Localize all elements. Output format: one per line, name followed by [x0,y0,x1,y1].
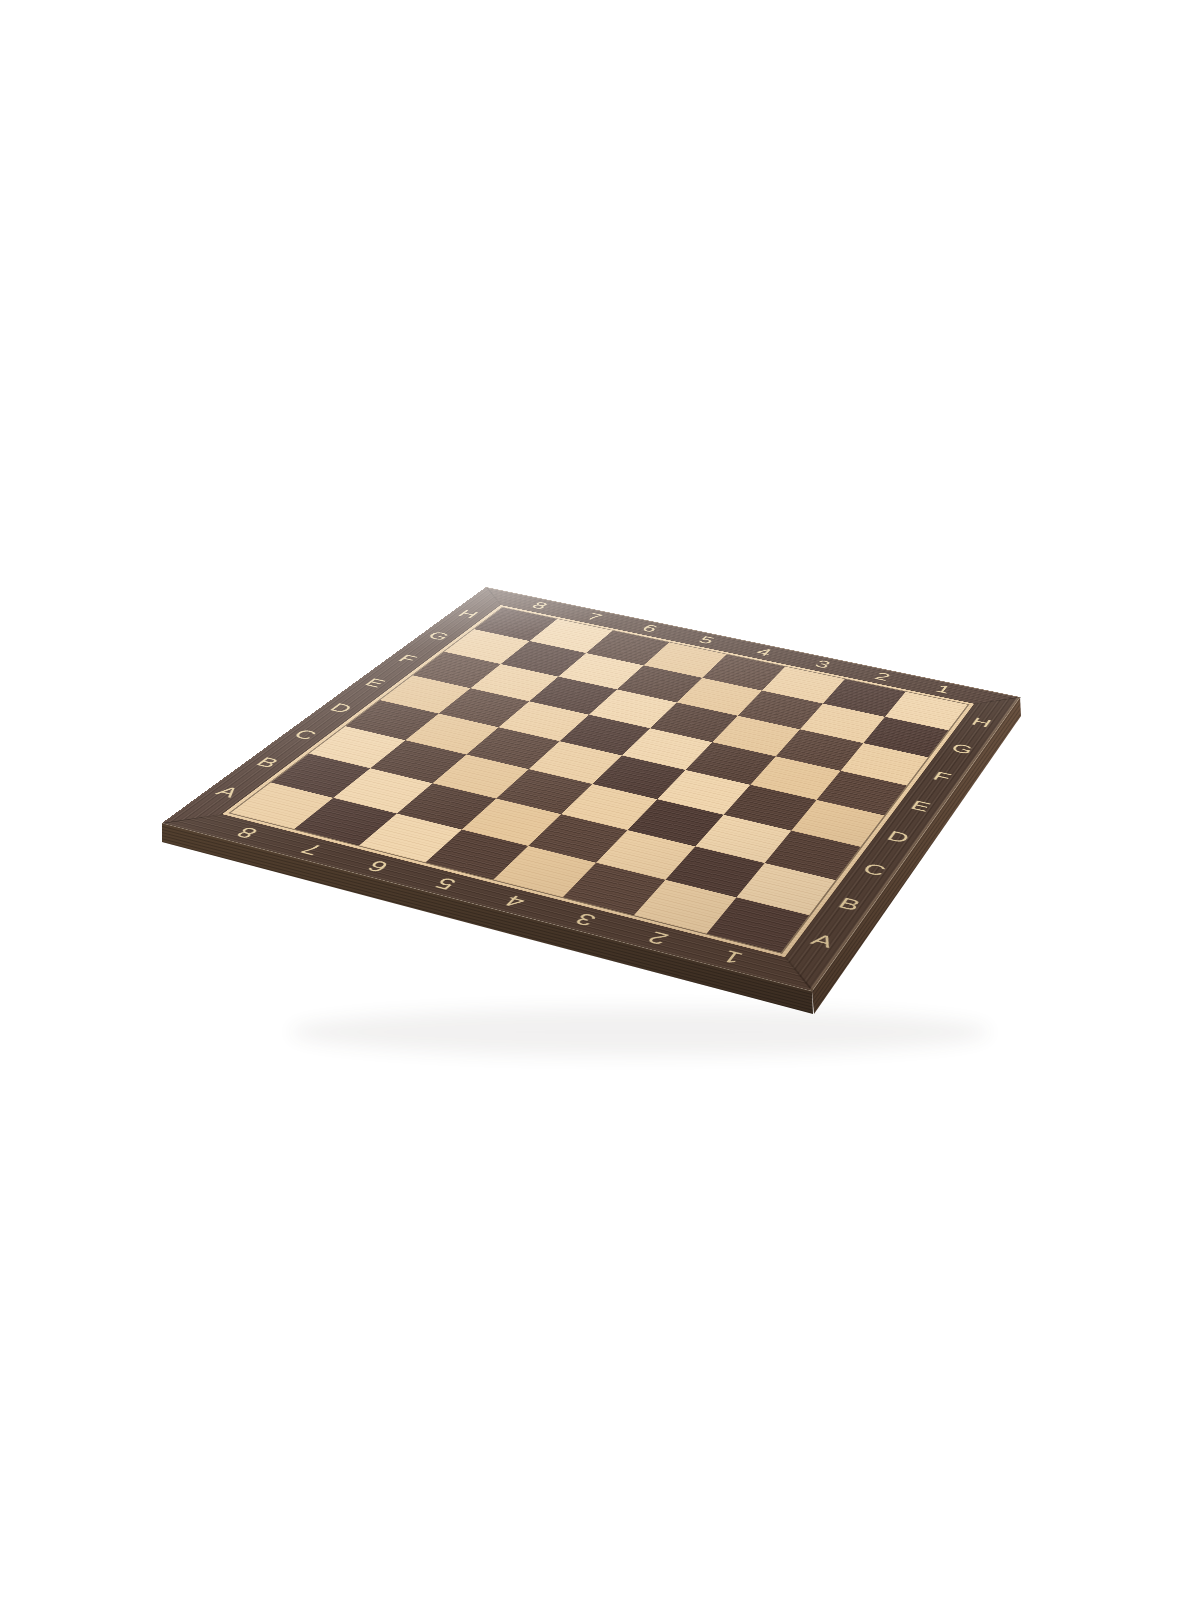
board-shadow [290,1008,990,1056]
product-photo-scene: ABCDEFGHABCDEFGH8765432187654321 [0,0,1200,1600]
